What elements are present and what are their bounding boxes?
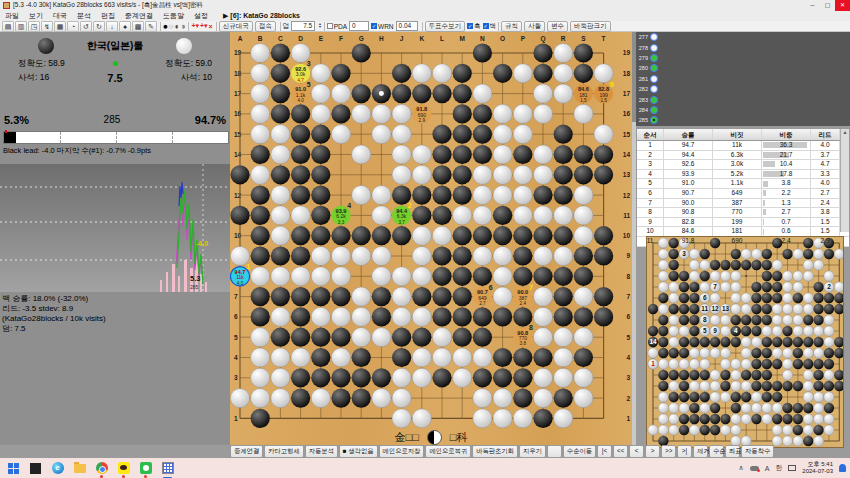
menu-item-중계연결[interactable]: 중계연결 bbox=[120, 12, 158, 19]
black-stone bbox=[669, 260, 679, 270]
table-row[interactable]: 392.63.0k10.44.7 bbox=[637, 160, 849, 170]
white-stone bbox=[658, 304, 668, 314]
black-stone bbox=[762, 348, 772, 358]
white-stone bbox=[412, 267, 431, 286]
move-list-item-284[interactable]: 284 bbox=[636, 105, 850, 115]
black-stone bbox=[813, 337, 823, 347]
black-stone bbox=[689, 304, 699, 314]
taskbar-clock[interactable]: 오후 5:41 2024-07-03 bbox=[802, 461, 833, 475]
black-stone bbox=[453, 186, 472, 205]
bottom-button-19[interactable]: 자동착수 bbox=[741, 445, 774, 458]
black-stone bbox=[772, 271, 782, 281]
bottom-button-4[interactable]: 메인으로저장 bbox=[379, 445, 425, 458]
coord-number-right: 15 bbox=[623, 131, 631, 138]
white-stone bbox=[824, 414, 834, 424]
black-stone bbox=[331, 328, 350, 347]
stone-tool-1[interactable]: ○ bbox=[169, 22, 174, 31]
black-stone bbox=[731, 337, 741, 347]
black-stone bbox=[493, 307, 512, 326]
black-stone bbox=[648, 304, 658, 314]
black-stone bbox=[669, 249, 679, 259]
black-stone bbox=[751, 381, 761, 391]
bottom-button-6[interactable]: 바둑판초기화 bbox=[472, 445, 518, 458]
white-stone bbox=[392, 368, 411, 387]
bottom-button-10[interactable]: |< bbox=[597, 445, 612, 458]
white-stone bbox=[731, 282, 741, 292]
white-stone bbox=[803, 293, 813, 303]
bottom-button-13[interactable]: > bbox=[645, 445, 660, 458]
white-stone bbox=[741, 293, 751, 303]
white-stone bbox=[574, 328, 593, 347]
variation-board[interactable]: 12345678911121314 bbox=[646, 236, 844, 448]
table-row[interactable]: 591.01.1k3.84.0 bbox=[637, 179, 849, 189]
white-stone bbox=[720, 348, 730, 358]
black-stone bbox=[251, 145, 270, 164]
bottom-button-1[interactable]: 카타고형세 bbox=[264, 445, 303, 458]
black-stone bbox=[473, 226, 492, 245]
black-stone bbox=[762, 249, 772, 259]
white-stone bbox=[731, 414, 741, 424]
white-stone bbox=[824, 425, 834, 435]
bottom-button-3[interactable]: ■ 생각없음 bbox=[339, 445, 378, 458]
white-winrate: 94.7% bbox=[195, 114, 226, 126]
black-stone bbox=[803, 337, 813, 347]
white-stone bbox=[803, 326, 813, 336]
coord-letter: H bbox=[379, 35, 384, 42]
tool-icon-9[interactable]: ♠ bbox=[119, 21, 131, 32]
white-stone bbox=[658, 425, 668, 435]
taskbar-explorer-icon[interactable] bbox=[72, 461, 87, 476]
komi-input[interactable]: 7.5 bbox=[291, 21, 315, 31]
tray-cloud-icon[interactable] bbox=[750, 466, 759, 471]
black-stone bbox=[762, 282, 772, 292]
black-stone bbox=[731, 403, 741, 413]
svg-text:9: 9 bbox=[713, 327, 717, 334]
black-stone bbox=[834, 381, 843, 391]
black-stone bbox=[741, 315, 751, 325]
taskbar-edge-icon[interactable]: e bbox=[50, 461, 65, 476]
white-stone bbox=[493, 409, 512, 428]
black-stone bbox=[412, 84, 431, 103]
black-captures: 사석: 16 bbox=[18, 72, 49, 84]
white-stone bbox=[834, 282, 843, 292]
white-stone bbox=[751, 403, 761, 413]
tool-icon-1[interactable]: ▥ bbox=[15, 21, 27, 32]
bottom-button-8[interactable] bbox=[547, 445, 562, 458]
bottom-button-7[interactable]: 지우기 bbox=[519, 445, 546, 458]
pda-checkbox[interactable] bbox=[327, 23, 333, 29]
black-stone bbox=[834, 293, 843, 303]
column-header-2[interactable]: 비짓 bbox=[713, 129, 762, 140]
table-scrollbar[interactable]: ▲ bbox=[840, 129, 849, 232]
black-stone bbox=[762, 359, 772, 369]
app-icon bbox=[3, 2, 10, 9]
white-stone bbox=[533, 368, 552, 387]
svg-text:387: 387 bbox=[519, 295, 528, 301]
bottom-button-5[interactable]: 메인으로복귀 bbox=[425, 445, 471, 458]
bottom-button-2[interactable]: 자동분석 bbox=[305, 445, 338, 458]
white-stone bbox=[710, 271, 720, 281]
menu-item-보기[interactable]: 보기 bbox=[24, 12, 48, 19]
white-stone bbox=[782, 315, 792, 325]
white-stone bbox=[782, 370, 792, 380]
candidate-rank: 3 bbox=[307, 60, 311, 67]
white-stone bbox=[372, 104, 391, 123]
notification-bell-icon[interactable] bbox=[839, 464, 846, 472]
graph-pct-label: 5.3 bbox=[190, 274, 200, 283]
black-stone bbox=[700, 414, 710, 424]
black-stone bbox=[453, 64, 472, 83]
white-stone bbox=[311, 267, 330, 286]
white-stone bbox=[473, 389, 492, 408]
white-stone bbox=[554, 328, 573, 347]
white-accuracy: 정확도: 59.0 bbox=[165, 58, 212, 70]
black-stone bbox=[251, 409, 270, 428]
white-stone bbox=[741, 359, 751, 369]
black-stone bbox=[720, 381, 730, 391]
white-stone bbox=[352, 186, 371, 205]
black-stone bbox=[331, 64, 350, 83]
white-stone bbox=[251, 104, 270, 123]
black-stone bbox=[710, 414, 720, 424]
white-stone bbox=[782, 348, 792, 358]
white-stone bbox=[574, 104, 593, 123]
black-stone bbox=[669, 392, 679, 402]
table-row[interactable]: 294.46.3k21.73.7 bbox=[637, 151, 849, 161]
wrn-checkbox[interactable]: ✓ bbox=[371, 23, 377, 29]
black-stone bbox=[751, 293, 761, 303]
main-go-board[interactable]: ABCDEFGHJKLMNOPQRST191918181717161615151… bbox=[230, 32, 632, 445]
black-stone bbox=[772, 359, 782, 369]
black-stone bbox=[658, 326, 668, 336]
toolbar-right-button-2[interactable]: 변수 bbox=[547, 21, 568, 32]
menu-item-도움말[interactable]: 도움말 bbox=[158, 12, 189, 19]
tool-icon-5[interactable]: ◔ bbox=[67, 21, 79, 32]
black-stone bbox=[311, 165, 330, 184]
ime-latin-indicator[interactable]: A bbox=[765, 465, 770, 472]
white-stone bbox=[412, 348, 431, 367]
bottom-button-17[interactable]: 수순 bbox=[709, 445, 724, 458]
bottom-button-12[interactable]: < bbox=[629, 445, 644, 458]
black-stone bbox=[453, 246, 472, 265]
white-stone bbox=[762, 326, 772, 336]
system-tray: ∧ A 한 오후 5:41 2024-07-03 bbox=[739, 461, 847, 475]
black-stone bbox=[813, 282, 823, 292]
coord-letter: J bbox=[400, 35, 404, 42]
black-stone bbox=[554, 267, 573, 286]
black-stone bbox=[432, 246, 451, 265]
svg-text:1.5: 1.5 bbox=[580, 98, 587, 103]
bottom-button-15[interactable]: >| bbox=[677, 445, 692, 458]
black-stone bbox=[291, 287, 310, 306]
black-stone bbox=[824, 381, 834, 391]
black-stone bbox=[793, 425, 803, 435]
connect-button[interactable]: 접속 bbox=[255, 21, 276, 32]
toolbar-right-button-3[interactable]: 바둑판크기 bbox=[570, 21, 611, 32]
white-stone bbox=[533, 145, 552, 164]
white-check-label: 백 bbox=[490, 22, 497, 31]
black-stone bbox=[271, 328, 290, 347]
coord-number-left: 7 bbox=[234, 293, 238, 300]
white-stone bbox=[554, 64, 573, 83]
white-stone bbox=[533, 328, 552, 347]
move-stone-icon bbox=[650, 96, 658, 104]
move-list-item-281[interactable]: 281 bbox=[636, 74, 850, 84]
analysis-table[interactable]: ▲ 순서승률비짓비중리드194.711k36.34.0294.46.3k21.7… bbox=[636, 128, 850, 233]
menu-item-분석[interactable]: 분석 bbox=[72, 12, 96, 19]
black-stone bbox=[554, 125, 573, 144]
white-stone bbox=[782, 293, 792, 303]
white-stone bbox=[679, 403, 689, 413]
tool-icon-0[interactable]: ▤ bbox=[2, 21, 14, 32]
black-stone bbox=[762, 381, 772, 391]
menu-item-대국[interactable]: 대국 bbox=[48, 12, 72, 19]
menu-bar: 파일보기대국분석편집중계연결도움말설정 ▶ [6]: KataGo 28bloc… bbox=[0, 11, 850, 21]
taskbar-kakao-green-icon[interactable] bbox=[138, 461, 153, 476]
engine-stat-line-2: (KataGo28blocks / 10k visits) bbox=[2, 314, 106, 324]
black-stone bbox=[679, 271, 689, 281]
black-stone bbox=[311, 368, 330, 387]
black-stone bbox=[432, 206, 451, 225]
white-stone bbox=[669, 315, 679, 325]
winrate-bar-marker bbox=[5, 130, 7, 133]
bottom-button-0[interactable]: 중계연결 bbox=[230, 445, 263, 458]
coord-letter: K bbox=[419, 35, 424, 42]
column-header-1[interactable]: 승률 bbox=[664, 129, 713, 140]
svg-text:3.3: 3.3 bbox=[338, 220, 345, 225]
coord-number-right: 10 bbox=[623, 232, 631, 239]
black-stone bbox=[679, 370, 689, 380]
close-button[interactable]: ✕ bbox=[835, 0, 850, 11]
mark-tool-2[interactable]: × bbox=[209, 23, 213, 30]
white-stone bbox=[352, 246, 371, 265]
komi-spinner[interactable]: ▲▼ bbox=[318, 23, 321, 30]
coord-letter: P bbox=[521, 35, 526, 42]
tool-icon-6[interactable]: ↺ bbox=[80, 21, 92, 32]
table-row[interactable]: 194.711k36.34.0 bbox=[637, 141, 849, 151]
white-stone bbox=[803, 370, 813, 380]
move-list-item-279[interactable]: 279 bbox=[636, 53, 850, 63]
black-stone bbox=[700, 249, 710, 259]
white-stone bbox=[710, 348, 720, 358]
black-stone bbox=[493, 368, 512, 387]
tool-icon-4[interactable]: ▦ bbox=[54, 21, 66, 32]
white-stone bbox=[813, 249, 823, 259]
white-checkbox[interactable]: ✓ bbox=[483, 23, 489, 29]
mark-tool-1[interactable]: +▾ bbox=[200, 22, 208, 30]
tray-display-icon[interactable] bbox=[788, 465, 796, 471]
menu-item-파일[interactable]: 파일 bbox=[0, 12, 24, 19]
table-row[interactable]: 790.03871.32.4 bbox=[637, 199, 849, 209]
black-stone bbox=[554, 226, 573, 245]
white-stone bbox=[689, 249, 699, 259]
taskbar-kakaotalk-icon[interactable] bbox=[116, 461, 131, 476]
black-stone bbox=[594, 226, 613, 245]
tool-icon-11[interactable]: ✎ bbox=[145, 21, 157, 32]
white-stone bbox=[793, 271, 803, 281]
column-header-0[interactable]: 순서 bbox=[637, 129, 664, 140]
white-stone bbox=[331, 246, 350, 265]
wrn-input[interactable]: 0.04 bbox=[396, 21, 418, 31]
toolbar-right-button-0[interactable]: 규칙 bbox=[501, 21, 522, 32]
white-stone bbox=[824, 370, 834, 380]
black-stone bbox=[412, 206, 431, 225]
svg-text:2.4: 2.4 bbox=[520, 301, 527, 306]
white-stone bbox=[251, 43, 270, 62]
black-stone bbox=[251, 246, 270, 265]
black-stone bbox=[751, 315, 761, 325]
black-stone bbox=[793, 414, 803, 424]
white-stone bbox=[533, 104, 552, 123]
column-header-4[interactable]: 리드 bbox=[811, 129, 840, 140]
black-stone bbox=[251, 287, 270, 306]
white-stone bbox=[731, 271, 741, 281]
pda-input[interactable]: 0 bbox=[349, 21, 369, 31]
tool-icon-10[interactable]: ▩ bbox=[132, 21, 144, 32]
white-player-name: □科 bbox=[450, 430, 468, 445]
mark-tool-0[interactable]: +▾ bbox=[191, 22, 199, 30]
white-stone bbox=[291, 206, 310, 225]
coord-number-right: 18 bbox=[623, 70, 631, 77]
white-stone bbox=[803, 381, 813, 391]
new-game-button[interactable]: 신규대국 bbox=[219, 21, 253, 32]
bottom-button-16[interactable]: 제거 bbox=[693, 445, 708, 458]
svg-text:2: 2 bbox=[827, 283, 831, 290]
taskbar-goban-icon[interactable] bbox=[160, 461, 175, 476]
black-stone bbox=[751, 414, 761, 424]
white-stone bbox=[513, 165, 532, 184]
white-stone bbox=[271, 389, 290, 408]
move-stone-icon bbox=[650, 33, 658, 41]
bottom-button-18[interactable]: 좌표 bbox=[725, 445, 740, 458]
white-stone bbox=[412, 409, 431, 428]
stone-tool-3[interactable]: ◑ bbox=[181, 22, 186, 31]
black-stone bbox=[700, 370, 710, 380]
white-stone bbox=[772, 403, 782, 413]
bottom-button-9[interactable]: 수순이동 bbox=[563, 445, 596, 458]
candidate-rank: 8 bbox=[529, 324, 533, 331]
white-stone bbox=[574, 206, 593, 225]
black-stone bbox=[679, 381, 689, 391]
svg-text:12: 12 bbox=[712, 305, 720, 312]
white-stone bbox=[331, 84, 350, 103]
white-stone bbox=[311, 84, 330, 103]
maximize-button[interactable]: ▢ bbox=[820, 0, 835, 11]
tool-icon-8[interactable]: ↓ bbox=[106, 21, 118, 32]
coord-number-right: 7 bbox=[626, 293, 630, 300]
table-row[interactable]: 890.87702.73.8 bbox=[637, 208, 849, 218]
taskbar-start-icon[interactable] bbox=[6, 461, 21, 476]
table-row[interactable]: 690.76492.22.7 bbox=[637, 189, 849, 199]
white-stone bbox=[648, 425, 658, 435]
minimize-button[interactable]: ─ bbox=[805, 0, 820, 11]
tray-chevron-icon[interactable]: ∧ bbox=[739, 464, 744, 472]
white-stone bbox=[392, 125, 411, 144]
white-stone bbox=[352, 104, 371, 123]
svg-text:2.7: 2.7 bbox=[479, 301, 486, 306]
menu-item-편집[interactable]: 편집 bbox=[96, 12, 120, 19]
winrate-graph[interactable]: -4.0 5.3 285 bbox=[0, 164, 230, 292]
move-list-item-282[interactable]: 282 bbox=[636, 84, 850, 94]
black-stone bbox=[720, 260, 730, 270]
column-header-3[interactable]: 비중 bbox=[762, 129, 811, 140]
coord-letter: G bbox=[359, 35, 364, 42]
white-stone bbox=[453, 206, 472, 225]
white-stone bbox=[793, 315, 803, 325]
rules-row: 한국(일본)룰 bbox=[0, 38, 230, 54]
ime-korean-indicator[interactable]: 한 bbox=[775, 463, 782, 473]
black-stone bbox=[834, 304, 843, 314]
coord-letter: O bbox=[500, 35, 505, 42]
black-checkbox[interactable]: ✓ bbox=[467, 23, 473, 29]
move-list-item-278[interactable]: 278 bbox=[636, 42, 850, 52]
white-stone bbox=[669, 293, 679, 303]
white-stone bbox=[813, 326, 823, 336]
black-stone bbox=[291, 186, 310, 205]
white-stone bbox=[658, 403, 668, 413]
tool-icon-7[interactable]: ↻ bbox=[93, 21, 105, 32]
white-stone bbox=[793, 249, 803, 259]
white-stone bbox=[372, 186, 391, 205]
svg-text:4.0: 4.0 bbox=[237, 281, 244, 286]
white-stone bbox=[731, 359, 741, 369]
white-stone bbox=[412, 145, 431, 164]
black-stone bbox=[352, 43, 371, 62]
move-list-item-277[interactable]: 277 bbox=[636, 32, 850, 42]
white-stone bbox=[473, 206, 492, 225]
toolbar-right-button-1[interactable]: 사활 bbox=[524, 21, 545, 32]
votes-button[interactable]: 투표수보기 bbox=[425, 21, 466, 32]
black-stone bbox=[453, 145, 472, 164]
white-stone bbox=[372, 125, 391, 144]
black-stone bbox=[594, 165, 613, 184]
coord-number-left: 5 bbox=[234, 334, 238, 341]
white-stone bbox=[271, 267, 290, 286]
black-stone bbox=[574, 348, 593, 367]
white-stone bbox=[793, 326, 803, 336]
black-stone bbox=[648, 326, 658, 336]
move-list-item-285[interactable]: 285 bbox=[636, 115, 850, 125]
table-row[interactable]: 982.81990.71.5 bbox=[637, 218, 849, 228]
move-list-item-283[interactable]: 283 bbox=[636, 94, 850, 104]
coord-number-right: 11 bbox=[623, 212, 630, 219]
white-stone bbox=[533, 246, 552, 265]
white-stone bbox=[813, 348, 823, 358]
table-row[interactable]: 493.95.2k17.83.3 bbox=[637, 170, 849, 180]
tool-icon-2[interactable]: ◳ bbox=[28, 21, 40, 32]
tool-icon-3[interactable]: ↯ bbox=[41, 21, 53, 32]
taskbar-apps: e bbox=[6, 461, 175, 476]
black-stone bbox=[230, 165, 249, 184]
move-list-item-280[interactable]: 280 bbox=[636, 63, 850, 73]
menu-item-설정[interactable]: 설정 bbox=[189, 12, 213, 19]
black-stone bbox=[432, 125, 451, 144]
white-stone bbox=[432, 348, 451, 367]
white-stone bbox=[669, 403, 679, 413]
stone-tool-0[interactable]: ● bbox=[163, 22, 168, 31]
white-stone bbox=[251, 348, 270, 367]
bottom-button-14[interactable]: >> bbox=[661, 445, 676, 458]
taskbar-chrome-icon[interactable] bbox=[94, 461, 109, 476]
taskbar-app-dark-icon[interactable] bbox=[28, 461, 43, 476]
bottom-button-11[interactable]: << bbox=[613, 445, 628, 458]
stone-tool-2[interactable]: ◐ bbox=[175, 22, 180, 31]
move-list[interactable]: 277278279280281282283284285 bbox=[636, 32, 850, 126]
white-stone bbox=[392, 389, 411, 408]
white-stone bbox=[493, 389, 512, 408]
black-stone bbox=[731, 260, 741, 270]
coord-letter: D bbox=[298, 35, 303, 42]
